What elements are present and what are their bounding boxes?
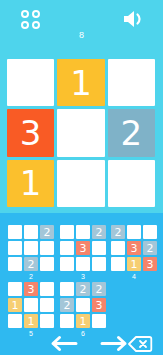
move-counter: 8 <box>0 30 163 41</box>
preview5-cell-r1c3 <box>40 282 54 296</box>
main-cell-r2c2[interactable] <box>57 109 104 156</box>
apps-grid-icon <box>21 10 40 29</box>
preview5-cell-r3c3 <box>40 314 54 328</box>
preview3-cell-r2c3 <box>92 241 106 255</box>
preview5-cell-r2c3 <box>40 298 54 312</box>
preview5-cell-r2c2 <box>24 298 38 312</box>
right-arrow-icon <box>99 335 129 352</box>
sound-button[interactable] <box>122 9 144 29</box>
preview4-cell-r1c2 <box>127 225 141 239</box>
preview4-cell-r3c3: 3 <box>143 257 157 271</box>
main-cell-r1c2[interactable]: 1 <box>57 59 104 106</box>
main-cell-r2c3[interactable]: 2 <box>108 109 155 156</box>
level-preview-2[interactable]: 22 <box>8 225 54 271</box>
preview6-cell-r2c2 <box>76 298 90 312</box>
level-number: 4 <box>111 273 157 280</box>
preview2-cell-r3c1 <box>8 257 22 271</box>
preview4-cell-r3c1 <box>111 257 125 271</box>
app-screen: 8 1321 22 2 23 3 23213 4 311 5 22231 6 <box>0 0 163 355</box>
speaker-icon <box>122 9 144 29</box>
preview3-cell-r3c3 <box>92 257 106 271</box>
main-cell-r1c3[interactable] <box>108 59 155 106</box>
prev-level-button[interactable] <box>49 335 79 352</box>
preview4-cell-r1c1: 2 <box>111 225 125 239</box>
backspace-button[interactable] <box>127 335 153 353</box>
preview4-cell-r2c2: 3 <box>127 241 141 255</box>
preview2-cell-r1c2 <box>24 225 38 239</box>
preview2-cell-r2c1 <box>8 241 22 255</box>
level-preview-6[interactable]: 22231 <box>60 282 106 328</box>
level-preview-3[interactable]: 23 <box>60 225 106 271</box>
preview2-cell-r3c2: 2 <box>24 257 38 271</box>
preview3-cell-r1c2 <box>76 225 90 239</box>
preview6-cell-r3c3 <box>92 314 106 328</box>
main-cell-r1c1[interactable] <box>7 59 54 106</box>
preview6-cell-r1c2: 2 <box>76 282 90 296</box>
preview5-cell-r2c1: 1 <box>8 298 22 312</box>
preview3-cell-r1c3: 2 <box>92 225 106 239</box>
main-cell-r2c1[interactable]: 3 <box>7 109 54 156</box>
main-cell-r3c2[interactable] <box>57 160 104 207</box>
preview6-cell-r2c3: 3 <box>92 298 106 312</box>
preview5-cell-r3c2: 1 <box>24 314 38 328</box>
preview3-cell-r3c1 <box>60 257 74 271</box>
preview2-cell-r2c3 <box>40 241 54 255</box>
preview6-cell-r3c2: 1 <box>76 314 90 328</box>
preview2-cell-r1c1 <box>8 225 22 239</box>
preview6-cell-r3c1 <box>60 314 74 328</box>
preview6-cell-r1c3: 2 <box>92 282 106 296</box>
main-board: 1321 <box>7 59 155 207</box>
main-cell-r3c3[interactable] <box>108 160 155 207</box>
level-preview-4[interactable]: 23213 <box>111 225 157 271</box>
menu-button[interactable] <box>21 10 40 29</box>
preview2-cell-r2c2 <box>24 241 38 255</box>
preview3-cell-r1c1 <box>60 225 74 239</box>
backspace-icon <box>127 335 153 353</box>
preview5-cell-r1c2: 3 <box>24 282 38 296</box>
preview5-cell-r1c1 <box>8 282 22 296</box>
level-number: 5 <box>8 330 54 337</box>
main-cell-r3c1[interactable]: 1 <box>7 160 54 207</box>
level-number: 3 <box>60 273 106 280</box>
preview4-cell-r1c3 <box>143 225 157 239</box>
preview3-cell-r3c2 <box>76 257 90 271</box>
preview3-cell-r2c1 <box>60 241 74 255</box>
preview4-cell-r2c3: 2 <box>143 241 157 255</box>
preview2-cell-r3c3 <box>40 257 54 271</box>
preview6-cell-r1c1 <box>60 282 74 296</box>
left-arrow-icon <box>49 335 79 352</box>
preview5-cell-r3c1 <box>8 314 22 328</box>
preview6-cell-r2c1: 2 <box>60 298 74 312</box>
next-level-button[interactable] <box>99 335 129 352</box>
level-number: 2 <box>8 273 54 280</box>
preview4-cell-r2c1 <box>111 241 125 255</box>
preview4-cell-r3c2: 1 <box>127 257 141 271</box>
preview2-cell-r1c3: 2 <box>40 225 54 239</box>
level-list-panel: 22 2 23 3 23213 4 311 5 22231 6 <box>0 213 163 355</box>
level-preview-5[interactable]: 311 <box>8 282 54 328</box>
preview3-cell-r2c2: 3 <box>76 241 90 255</box>
